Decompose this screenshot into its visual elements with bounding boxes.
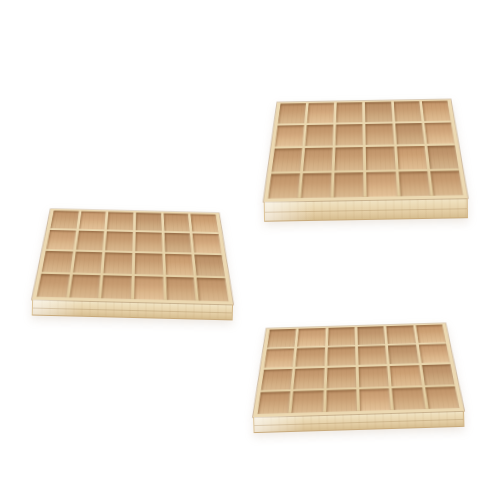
compartment — [278, 103, 306, 123]
compartment — [358, 345, 387, 365]
product-photo-stage — [0, 0, 500, 500]
compartment — [73, 252, 103, 274]
compartment — [195, 255, 225, 277]
compartment — [135, 253, 163, 275]
compartment — [272, 148, 303, 172]
compartment — [326, 389, 357, 412]
compartment — [388, 344, 418, 364]
tray-bottom-center — [251, 323, 465, 433]
compartment — [366, 146, 395, 170]
compartment-grid — [253, 323, 464, 417]
compartment — [427, 145, 459, 168]
compartment — [398, 171, 430, 197]
compartment — [334, 172, 364, 198]
compartment — [430, 170, 463, 195]
compartment — [104, 252, 133, 274]
compartment — [416, 325, 446, 343]
compartment — [305, 124, 333, 146]
compartment — [397, 146, 427, 170]
compartment — [268, 173, 300, 199]
compartment — [69, 275, 101, 299]
compartment — [307, 103, 334, 123]
compartment — [163, 213, 190, 232]
compartment — [42, 251, 73, 273]
compartment — [297, 328, 325, 346]
compartment — [135, 232, 162, 252]
compartment — [267, 329, 296, 347]
compartment — [79, 211, 106, 229]
compartment — [424, 122, 454, 144]
compartment — [134, 276, 164, 300]
compartment — [359, 366, 390, 387]
compartment — [261, 369, 293, 390]
compartment — [303, 148, 333, 172]
compartment — [105, 231, 132, 251]
compartment — [292, 390, 324, 413]
tray-top-surface — [32, 209, 235, 305]
compartment — [422, 101, 451, 121]
compartment — [301, 173, 332, 199]
compartment — [191, 214, 219, 233]
tray-top-right — [262, 99, 468, 222]
compartment — [264, 348, 294, 368]
compartment — [193, 233, 222, 253]
compartment — [395, 123, 424, 145]
compartment — [37, 274, 70, 298]
compartment — [359, 388, 391, 411]
compartment — [392, 387, 425, 410]
tray-front-face — [264, 198, 468, 222]
tray-middle-left — [32, 209, 236, 321]
compartment — [296, 347, 325, 367]
compartment — [367, 171, 398, 197]
compartment — [258, 391, 291, 414]
compartment — [326, 367, 356, 388]
compartment — [46, 230, 76, 250]
compartment — [197, 278, 229, 302]
tray-top-surface — [251, 323, 465, 417]
compartment — [275, 125, 304, 147]
compartment — [390, 365, 422, 386]
compartment — [418, 344, 450, 364]
compartment — [335, 147, 364, 171]
compartment — [294, 368, 325, 389]
compartment — [425, 386, 460, 409]
compartment — [357, 326, 385, 344]
compartment — [165, 254, 194, 276]
compartment — [76, 231, 105, 251]
compartment — [366, 123, 394, 145]
compartment — [336, 102, 363, 122]
compartment — [386, 326, 415, 344]
compartment — [328, 327, 356, 345]
compartment-grid — [32, 209, 233, 304]
compartment — [166, 277, 196, 301]
compartment — [102, 275, 132, 299]
compartment — [164, 233, 192, 253]
compartment — [394, 101, 422, 121]
compartment — [327, 346, 356, 366]
compartment — [136, 213, 162, 232]
compartment — [107, 212, 133, 230]
compartment — [336, 124, 364, 146]
compartment — [50, 211, 78, 229]
tray-top-surface — [262, 99, 468, 202]
compartment — [422, 364, 455, 385]
compartment — [365, 102, 392, 122]
compartment-grid — [264, 99, 468, 202]
